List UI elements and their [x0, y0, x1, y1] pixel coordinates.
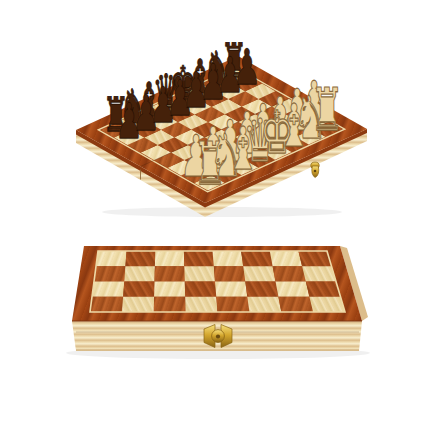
- closed-box-square: [247, 297, 281, 312]
- closed-box-square: [302, 266, 336, 281]
- open-board: [76, 56, 367, 217]
- scene-svg: [0, 0, 436, 436]
- closed-box-square: [90, 297, 123, 312]
- closed-box-square: [214, 266, 246, 281]
- closed-box-square: [185, 297, 217, 312]
- closed-box-square: [298, 251, 331, 266]
- closed-box-square: [306, 282, 341, 297]
- closed-box-square: [122, 297, 154, 312]
- closed-box-square: [123, 282, 154, 297]
- closed-box-square: [155, 251, 184, 266]
- closed-box-square: [154, 282, 185, 297]
- closed-box-square: [213, 251, 244, 266]
- closed-box-square: [94, 266, 125, 281]
- closed-box-square: [184, 266, 215, 281]
- closed-box-square: [185, 282, 217, 297]
- closed-box-square: [184, 251, 214, 266]
- closed-box-square: [92, 282, 124, 297]
- closed-box-square: [96, 251, 127, 266]
- open-board-clasp-icon: [311, 162, 319, 177]
- closed-box-square: [241, 251, 273, 266]
- closed-box-square: [215, 282, 247, 297]
- closed-box-square: [124, 266, 155, 281]
- closed-box-square: [155, 266, 185, 281]
- closed-box-square: [276, 282, 310, 297]
- closed-box-square: [216, 297, 249, 312]
- closed-box-square: [273, 266, 306, 281]
- chess-set-photo: ♜♞♝♛♚♝♞♜♟♟♟♟♟♟♟♟♟♟♟♟♟♟♟♟♜♞♝♛♚♝♞♜: [0, 0, 436, 436]
- closed-box-square: [270, 251, 302, 266]
- closed-box: [66, 246, 370, 359]
- closed-box-square: [243, 266, 275, 281]
- closed-box-square: [125, 251, 155, 266]
- closed-box-square: [154, 297, 186, 312]
- closed-box-square: [309, 297, 345, 312]
- closed-box-square: [245, 282, 278, 297]
- closed-box-square: [278, 297, 313, 312]
